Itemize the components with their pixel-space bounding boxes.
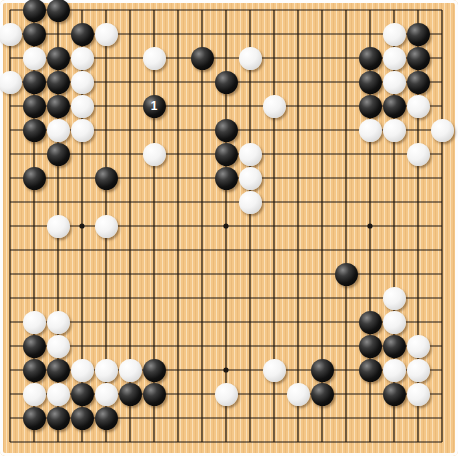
intersection-bl[interactable] — [22, 262, 46, 286]
intersection-aj[interactable] — [0, 214, 22, 238]
intersection-gq[interactable] — [142, 382, 166, 406]
intersection-pb[interactable] — [358, 22, 382, 46]
intersection-am[interactable] — [0, 286, 22, 310]
intersection-nj[interactable] — [310, 214, 334, 238]
intersection-cg[interactable] — [46, 142, 70, 166]
intersection-ha[interactable] — [166, 0, 190, 22]
intersection-bq[interactable] — [22, 382, 46, 406]
intersection-gs[interactable] — [142, 430, 166, 454]
intersection-iq[interactable] — [190, 382, 214, 406]
intersection-pd[interactable] — [358, 70, 382, 94]
intersection-kr[interactable] — [238, 406, 262, 430]
intersection-jm[interactable] — [214, 286, 238, 310]
intersection-sc[interactable] — [430, 46, 454, 70]
intersection-kg[interactable] — [238, 142, 262, 166]
intersection-en[interactable] — [94, 310, 118, 334]
intersection-dj[interactable] — [70, 214, 94, 238]
intersection-on[interactable] — [334, 310, 358, 334]
intersection-df[interactable] — [70, 118, 94, 142]
intersection-cp[interactable] — [46, 358, 70, 382]
intersection-sk[interactable] — [430, 238, 454, 262]
intersection-dh[interactable] — [70, 166, 94, 190]
intersection-ad[interactable] — [0, 70, 22, 94]
intersection-nm[interactable] — [310, 286, 334, 310]
intersection-jn[interactable] — [214, 310, 238, 334]
intersection-cj[interactable] — [46, 214, 70, 238]
intersection-fk[interactable] — [118, 238, 142, 262]
intersection-dk[interactable] — [70, 238, 94, 262]
intersection-pk[interactable] — [358, 238, 382, 262]
intersection-ec[interactable] — [94, 46, 118, 70]
intersection-mj[interactable] — [286, 214, 310, 238]
intersection-le[interactable] — [262, 94, 286, 118]
intersection-rm[interactable] — [406, 286, 430, 310]
intersection-rs[interactable] — [406, 430, 430, 454]
intersection-ni[interactable] — [310, 190, 334, 214]
intersection-dm[interactable] — [70, 286, 94, 310]
intersection-qa[interactable] — [382, 0, 406, 22]
intersection-hh[interactable] — [166, 166, 190, 190]
intersection-hs[interactable] — [166, 430, 190, 454]
intersection-bc[interactable] — [22, 46, 46, 70]
intersection-lr[interactable] — [262, 406, 286, 430]
intersection-rb[interactable] — [406, 22, 430, 46]
intersection-rn[interactable] — [406, 310, 430, 334]
intersection-ai[interactable] — [0, 190, 22, 214]
intersection-ph[interactable] — [358, 166, 382, 190]
intersection-kb[interactable] — [238, 22, 262, 46]
intersection-jb[interactable] — [214, 22, 238, 46]
intersection-oq[interactable] — [334, 382, 358, 406]
intersection-ci[interactable] — [46, 190, 70, 214]
intersection-pf[interactable] — [358, 118, 382, 142]
intersection-dd[interactable] — [70, 70, 94, 94]
intersection-gr[interactable] — [142, 406, 166, 430]
intersection-mn[interactable] — [286, 310, 310, 334]
intersection-li[interactable] — [262, 190, 286, 214]
intersection-ns[interactable] — [310, 430, 334, 454]
intersection-na[interactable] — [310, 0, 334, 22]
intersection-ne[interactable] — [310, 94, 334, 118]
intersection-gp[interactable] — [142, 358, 166, 382]
intersection-fl[interactable] — [118, 262, 142, 286]
intersection-kl[interactable] — [238, 262, 262, 286]
intersection-pn[interactable] — [358, 310, 382, 334]
intersection-fg[interactable] — [118, 142, 142, 166]
intersection-ss[interactable] — [430, 430, 454, 454]
intersection-qr[interactable] — [382, 406, 406, 430]
intersection-ak[interactable] — [0, 238, 22, 262]
intersection-or[interactable] — [334, 406, 358, 430]
intersection-jp[interactable] — [214, 358, 238, 382]
intersection-lm[interactable] — [262, 286, 286, 310]
intersection-pl[interactable] — [358, 262, 382, 286]
intersection-ar[interactable] — [0, 406, 22, 430]
intersection-hi[interactable] — [166, 190, 190, 214]
intersection-pg[interactable] — [358, 142, 382, 166]
intersection-hk[interactable] — [166, 238, 190, 262]
intersection-ma[interactable] — [286, 0, 310, 22]
intersection-kd[interactable] — [238, 70, 262, 94]
intersection-sh[interactable] — [430, 166, 454, 190]
intersection-ll[interactable] — [262, 262, 286, 286]
intersection-og[interactable] — [334, 142, 358, 166]
intersection-fp[interactable] — [118, 358, 142, 382]
intersection-ea[interactable] — [94, 0, 118, 22]
intersection-in[interactable] — [190, 310, 214, 334]
intersection-gm[interactable] — [142, 286, 166, 310]
intersection-aq[interactable] — [0, 382, 22, 406]
intersection-qi[interactable] — [382, 190, 406, 214]
intersection-do[interactable] — [70, 334, 94, 358]
intersection-el[interactable] — [94, 262, 118, 286]
intersection-lb[interactable] — [262, 22, 286, 46]
intersection-mg[interactable] — [286, 142, 310, 166]
intersection-lg[interactable] — [262, 142, 286, 166]
intersection-ce[interactable] — [46, 94, 70, 118]
intersection-ba[interactable] — [22, 0, 46, 22]
intersection-mc[interactable] — [286, 46, 310, 70]
intersection-ja[interactable] — [214, 0, 238, 22]
intersection-qs[interactable] — [382, 430, 406, 454]
intersection-fq[interactable] — [118, 382, 142, 406]
intersection-lo[interactable] — [262, 334, 286, 358]
intersection-fm[interactable] — [118, 286, 142, 310]
intersection-io[interactable] — [190, 334, 214, 358]
intersection-hn[interactable] — [166, 310, 190, 334]
intersection-qn[interactable] — [382, 310, 406, 334]
intersection-kk[interactable] — [238, 238, 262, 262]
intersection-qb[interactable] — [382, 22, 406, 46]
intersection-di[interactable] — [70, 190, 94, 214]
intersection-gn[interactable] — [142, 310, 166, 334]
intersection-ag[interactable] — [0, 142, 22, 166]
intersection-ki[interactable] — [238, 190, 262, 214]
intersection-pr[interactable] — [358, 406, 382, 430]
intersection-fo[interactable] — [118, 334, 142, 358]
intersection-jq[interactable] — [214, 382, 238, 406]
intersection-id[interactable] — [190, 70, 214, 94]
intersection-bn[interactable] — [22, 310, 46, 334]
intersection-lc[interactable] — [262, 46, 286, 70]
intersection-bb[interactable] — [22, 22, 46, 46]
intersection-fi[interactable] — [118, 190, 142, 214]
intersection-hj[interactable] — [166, 214, 190, 238]
intersection-eh[interactable] — [94, 166, 118, 190]
intersection-mf[interactable] — [286, 118, 310, 142]
intersection-eb[interactable] — [94, 22, 118, 46]
intersection-se[interactable] — [430, 94, 454, 118]
intersection-jk[interactable] — [214, 238, 238, 262]
intersection-fj[interactable] — [118, 214, 142, 238]
intersection-dq[interactable] — [70, 382, 94, 406]
intersection-nq[interactable] — [310, 382, 334, 406]
intersection-qf[interactable] — [382, 118, 406, 142]
intersection-ij[interactable] — [190, 214, 214, 238]
intersection-qk[interactable] — [382, 238, 406, 262]
intersection-af[interactable] — [0, 118, 22, 142]
intersection-ji[interactable] — [214, 190, 238, 214]
intersection-go[interactable] — [142, 334, 166, 358]
intersection-so[interactable] — [430, 334, 454, 358]
intersection-gh[interactable] — [142, 166, 166, 190]
intersection-il[interactable] — [190, 262, 214, 286]
intersection-ih[interactable] — [190, 166, 214, 190]
intersection-cl[interactable] — [46, 262, 70, 286]
intersection-ok[interactable] — [334, 238, 358, 262]
intersection-co[interactable] — [46, 334, 70, 358]
intersection-gb[interactable] — [142, 22, 166, 46]
intersection-ln[interactable] — [262, 310, 286, 334]
intersection-ic[interactable] — [190, 46, 214, 70]
intersection-rg[interactable] — [406, 142, 430, 166]
intersection-ii[interactable] — [190, 190, 214, 214]
intersection-eg[interactable] — [94, 142, 118, 166]
intersection-gi[interactable] — [142, 190, 166, 214]
intersection-mh[interactable] — [286, 166, 310, 190]
intersection-oc[interactable] — [334, 46, 358, 70]
intersection-of[interactable] — [334, 118, 358, 142]
intersection-lk[interactable] — [262, 238, 286, 262]
intersection-an[interactable] — [0, 310, 22, 334]
intersection-jc[interactable] — [214, 46, 238, 70]
intersection-sj[interactable] — [430, 214, 454, 238]
intersection-gf[interactable] — [142, 118, 166, 142]
intersection-if[interactable] — [190, 118, 214, 142]
intersection-br[interactable] — [22, 406, 46, 430]
intersection-nr[interactable] — [310, 406, 334, 430]
intersection-sg[interactable] — [430, 142, 454, 166]
intersection-kf[interactable] — [238, 118, 262, 142]
intersection-sd[interactable] — [430, 70, 454, 94]
intersection-ao[interactable] — [0, 334, 22, 358]
intersection-ca[interactable] — [46, 0, 70, 22]
intersection-sp[interactable] — [430, 358, 454, 382]
intersection-nh[interactable] — [310, 166, 334, 190]
intersection-sm[interactable] — [430, 286, 454, 310]
intersection-ip[interactable] — [190, 358, 214, 382]
intersection-dc[interactable] — [70, 46, 94, 70]
intersection-gd[interactable] — [142, 70, 166, 94]
intersection-ge[interactable]: 1 — [142, 94, 166, 118]
intersection-hc[interactable] — [166, 46, 190, 70]
intersection-ra[interactable] — [406, 0, 430, 22]
intersection-pp[interactable] — [358, 358, 382, 382]
intersection-bp[interactable] — [22, 358, 46, 382]
intersection-pe[interactable] — [358, 94, 382, 118]
intersection-ls[interactable] — [262, 430, 286, 454]
intersection-ob[interactable] — [334, 22, 358, 46]
intersection-ed[interactable] — [94, 70, 118, 94]
intersection-rp[interactable] — [406, 358, 430, 382]
intersection-jo[interactable] — [214, 334, 238, 358]
intersection-ld[interactable] — [262, 70, 286, 94]
intersection-hp[interactable] — [166, 358, 190, 382]
intersection-ps[interactable] — [358, 430, 382, 454]
intersection-es[interactable] — [94, 430, 118, 454]
intersection-kj[interactable] — [238, 214, 262, 238]
intersection-os[interactable] — [334, 430, 358, 454]
intersection-je[interactable] — [214, 94, 238, 118]
intersection-nl[interactable] — [310, 262, 334, 286]
intersection-si[interactable] — [430, 190, 454, 214]
intersection-cc[interactable] — [46, 46, 70, 70]
intersection-ql[interactable] — [382, 262, 406, 286]
intersection-sa[interactable] — [430, 0, 454, 22]
intersection-js[interactable] — [214, 430, 238, 454]
intersection-qm[interactable] — [382, 286, 406, 310]
intersection-nf[interactable] — [310, 118, 334, 142]
intersection-bg[interactable] — [22, 142, 46, 166]
intersection-bi[interactable] — [22, 190, 46, 214]
intersection-is[interactable] — [190, 430, 214, 454]
intersection-sn[interactable] — [430, 310, 454, 334]
intersection-rk[interactable] — [406, 238, 430, 262]
intersection-pa[interactable] — [358, 0, 382, 22]
intersection-lf[interactable] — [262, 118, 286, 142]
intersection-rl[interactable] — [406, 262, 430, 286]
intersection-fd[interactable] — [118, 70, 142, 94]
intersection-jh[interactable] — [214, 166, 238, 190]
intersection-da[interactable] — [70, 0, 94, 22]
intersection-jf[interactable] — [214, 118, 238, 142]
intersection-sf[interactable] — [430, 118, 454, 142]
intersection-bm[interactable] — [22, 286, 46, 310]
intersection-bj[interactable] — [22, 214, 46, 238]
intersection-rf[interactable] — [406, 118, 430, 142]
intersection-lp[interactable] — [262, 358, 286, 382]
intersection-qq[interactable] — [382, 382, 406, 406]
intersection-qh[interactable] — [382, 166, 406, 190]
intersection-ib[interactable] — [190, 22, 214, 46]
intersection-ik[interactable] — [190, 238, 214, 262]
intersection-nc[interactable] — [310, 46, 334, 70]
intersection-fc[interactable] — [118, 46, 142, 70]
intersection-ho[interactable] — [166, 334, 190, 358]
intersection-pq[interactable] — [358, 382, 382, 406]
intersection-db[interactable] — [70, 22, 94, 46]
intersection-ke[interactable] — [238, 94, 262, 118]
intersection-qo[interactable] — [382, 334, 406, 358]
intersection-mo[interactable] — [286, 334, 310, 358]
intersection-nk[interactable] — [310, 238, 334, 262]
intersection-cn[interactable] — [46, 310, 70, 334]
intersection-pi[interactable] — [358, 190, 382, 214]
intersection-qg[interactable] — [382, 142, 406, 166]
intersection-sq[interactable] — [430, 382, 454, 406]
intersection-mq[interactable] — [286, 382, 310, 406]
intersection-de[interactable] — [70, 94, 94, 118]
intersection-me[interactable] — [286, 94, 310, 118]
intersection-cr[interactable] — [46, 406, 70, 430]
intersection-fa[interactable] — [118, 0, 142, 22]
intersection-bk[interactable] — [22, 238, 46, 262]
intersection-bf[interactable] — [22, 118, 46, 142]
intersection-fe[interactable] — [118, 94, 142, 118]
intersection-qe[interactable] — [382, 94, 406, 118]
intersection-hq[interactable] — [166, 382, 190, 406]
intersection-fb[interactable] — [118, 22, 142, 46]
intersection-pm[interactable] — [358, 286, 382, 310]
intersection-hd[interactable] — [166, 70, 190, 94]
intersection-ae[interactable] — [0, 94, 22, 118]
intersection-cb[interactable] — [46, 22, 70, 46]
intersection-bs[interactable] — [22, 430, 46, 454]
intersection-qj[interactable] — [382, 214, 406, 238]
intersection-bh[interactable] — [22, 166, 46, 190]
intersection-lh[interactable] — [262, 166, 286, 190]
intersection-kp[interactable] — [238, 358, 262, 382]
intersection-ir[interactable] — [190, 406, 214, 430]
intersection-rc[interactable] — [406, 46, 430, 70]
intersection-ab[interactable] — [0, 22, 22, 46]
intersection-ga[interactable] — [142, 0, 166, 22]
intersection-ka[interactable] — [238, 0, 262, 22]
intersection-be[interactable] — [22, 94, 46, 118]
intersection-ms[interactable] — [286, 430, 310, 454]
intersection-hr[interactable] — [166, 406, 190, 430]
intersection-cf[interactable] — [46, 118, 70, 142]
intersection-fn[interactable] — [118, 310, 142, 334]
intersection-hf[interactable] — [166, 118, 190, 142]
intersection-nb[interactable] — [310, 22, 334, 46]
intersection-as[interactable] — [0, 430, 22, 454]
intersection-cm[interactable] — [46, 286, 70, 310]
intersection-mr[interactable] — [286, 406, 310, 430]
intersection-np[interactable] — [310, 358, 334, 382]
intersection-ei[interactable] — [94, 190, 118, 214]
intersection-kc[interactable] — [238, 46, 262, 70]
intersection-gj[interactable] — [142, 214, 166, 238]
intersection-ch[interactable] — [46, 166, 70, 190]
intersection-mb[interactable] — [286, 22, 310, 46]
intersection-cs[interactable] — [46, 430, 70, 454]
intersection-rj[interactable] — [406, 214, 430, 238]
intersection-ie[interactable] — [190, 94, 214, 118]
intersection-bd[interactable] — [22, 70, 46, 94]
intersection-sl[interactable] — [430, 262, 454, 286]
intersection-ko[interactable] — [238, 334, 262, 358]
intersection-hl[interactable] — [166, 262, 190, 286]
intersection-hm[interactable] — [166, 286, 190, 310]
intersection-rq[interactable] — [406, 382, 430, 406]
intersection-aa[interactable] — [0, 0, 22, 22]
intersection-fh[interactable] — [118, 166, 142, 190]
intersection-qc[interactable] — [382, 46, 406, 70]
intersection-nd[interactable] — [310, 70, 334, 94]
intersection-gk[interactable] — [142, 238, 166, 262]
intersection-bo[interactable] — [22, 334, 46, 358]
intersection-ac[interactable] — [0, 46, 22, 70]
intersection-ap[interactable] — [0, 358, 22, 382]
intersection-dl[interactable] — [70, 262, 94, 286]
intersection-em[interactable] — [94, 286, 118, 310]
intersection-rd[interactable] — [406, 70, 430, 94]
intersection-po[interactable] — [358, 334, 382, 358]
intersection-lq[interactable] — [262, 382, 286, 406]
intersection-oi[interactable] — [334, 190, 358, 214]
intersection-al[interactable] — [0, 262, 22, 286]
intersection-gl[interactable] — [142, 262, 166, 286]
intersection-ef[interactable] — [94, 118, 118, 142]
intersection-gc[interactable] — [142, 46, 166, 70]
intersection-dr[interactable] — [70, 406, 94, 430]
intersection-ml[interactable] — [286, 262, 310, 286]
intersection-op[interactable] — [334, 358, 358, 382]
intersection-jg[interactable] — [214, 142, 238, 166]
intersection-dg[interactable] — [70, 142, 94, 166]
intersection-fr[interactable] — [118, 406, 142, 430]
